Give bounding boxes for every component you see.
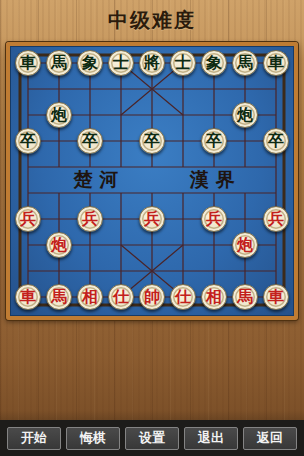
board-point: 相: [199, 284, 230, 310]
board-point: 相: [75, 284, 106, 310]
piece-black-chariot[interactable]: 車: [263, 50, 289, 76]
board-point: 卒: [137, 128, 168, 154]
board-point: 士: [168, 50, 199, 76]
title-bar: 中级难度: [0, 0, 304, 40]
board-point: 卒: [75, 128, 106, 154]
board-point: 象: [75, 50, 106, 76]
board-point: 馬: [44, 50, 75, 76]
piece-black-horse[interactable]: 馬: [46, 50, 72, 76]
piece-black-soldier[interactable]: 卒: [15, 128, 41, 154]
piece-red-advisor[interactable]: 仕: [170, 284, 196, 310]
app-screen: 中级难度 楚河 漢界 車馬象士將士象馬車炮炮卒卒卒卒卒兵兵兵兵兵炮炮車馬相仕帥仕…: [0, 0, 304, 456]
piece-black-soldier[interactable]: 卒: [77, 128, 103, 154]
piece-red-chariot[interactable]: 車: [263, 284, 289, 310]
board-point: 將: [137, 50, 168, 76]
board-point: 兵: [75, 206, 106, 232]
board-point: 炮: [44, 232, 75, 258]
piece-red-horse[interactable]: 馬: [232, 284, 258, 310]
toolbar: 开始 悔棋 设置 退出 返回: [0, 420, 304, 456]
piece-black-elephant[interactable]: 象: [77, 50, 103, 76]
board-point: 馬: [230, 284, 261, 310]
board-point: 車: [261, 284, 292, 310]
piece-red-elephant[interactable]: 相: [77, 284, 103, 310]
board-point: 兵: [261, 206, 292, 232]
piece-black-soldier[interactable]: 卒: [201, 128, 227, 154]
piece-black-advisor[interactable]: 士: [170, 50, 196, 76]
piece-black-chariot[interactable]: 車: [15, 50, 41, 76]
piece-red-horse[interactable]: 馬: [46, 284, 72, 310]
piece-grid: 車馬象士將士象馬車炮炮卒卒卒卒卒兵兵兵兵兵炮炮車馬相仕帥仕相馬車: [13, 50, 292, 310]
piece-black-general[interactable]: 將: [139, 50, 165, 76]
board-point: 炮: [44, 102, 75, 128]
undo-move-button[interactable]: 悔棋: [66, 427, 120, 450]
board-point: 兵: [199, 206, 230, 232]
settings-button[interactable]: 设置: [125, 427, 179, 450]
board-point: 仕: [168, 284, 199, 310]
piece-red-chariot[interactable]: 車: [15, 284, 41, 310]
piece-red-general[interactable]: 帥: [139, 284, 165, 310]
piece-red-advisor[interactable]: 仕: [108, 284, 134, 310]
board-point: 車: [13, 284, 44, 310]
piece-black-soldier[interactable]: 卒: [139, 128, 165, 154]
start-button[interactable]: 开始: [7, 427, 61, 450]
board-point: 卒: [261, 128, 292, 154]
board-point: 馬: [230, 50, 261, 76]
piece-red-soldier[interactable]: 兵: [15, 206, 41, 232]
board-point: 仕: [106, 284, 137, 310]
back-button[interactable]: 返回: [243, 427, 297, 450]
board-point: 兵: [137, 206, 168, 232]
board-point: 卒: [13, 128, 44, 154]
piece-red-cannon[interactable]: 炮: [46, 232, 72, 258]
piece-red-soldier[interactable]: 兵: [201, 206, 227, 232]
xiangqi-board: 楚河 漢界 車馬象士將士象馬車炮炮卒卒卒卒卒兵兵兵兵兵炮炮車馬相仕帥仕相馬車: [6, 42, 298, 320]
piece-red-soldier[interactable]: 兵: [77, 206, 103, 232]
piece-black-cannon[interactable]: 炮: [46, 102, 72, 128]
board-point: 士: [106, 50, 137, 76]
piece-black-cannon[interactable]: 炮: [232, 102, 258, 128]
piece-red-soldier[interactable]: 兵: [263, 206, 289, 232]
piece-red-elephant[interactable]: 相: [201, 284, 227, 310]
board-point: 兵: [13, 206, 44, 232]
piece-red-soldier[interactable]: 兵: [139, 206, 165, 232]
board-point: 馬: [44, 284, 75, 310]
board-point: 炮: [230, 102, 261, 128]
board-point: 帥: [137, 284, 168, 310]
piece-red-cannon[interactable]: 炮: [232, 232, 258, 258]
board-point: 象: [199, 50, 230, 76]
board-point: 卒: [199, 128, 230, 154]
piece-black-horse[interactable]: 馬: [232, 50, 258, 76]
board-point: 車: [261, 50, 292, 76]
piece-black-advisor[interactable]: 士: [108, 50, 134, 76]
difficulty-title: 中级难度: [108, 7, 196, 34]
piece-black-soldier[interactable]: 卒: [263, 128, 289, 154]
board-field[interactable]: 楚河 漢界 車馬象士將士象馬車炮炮卒卒卒卒卒兵兵兵兵兵炮炮車馬相仕帥仕相馬車: [10, 46, 294, 316]
board-point: 炮: [230, 232, 261, 258]
board-point: 車: [13, 50, 44, 76]
exit-button[interactable]: 退出: [184, 427, 238, 450]
piece-black-elephant[interactable]: 象: [201, 50, 227, 76]
